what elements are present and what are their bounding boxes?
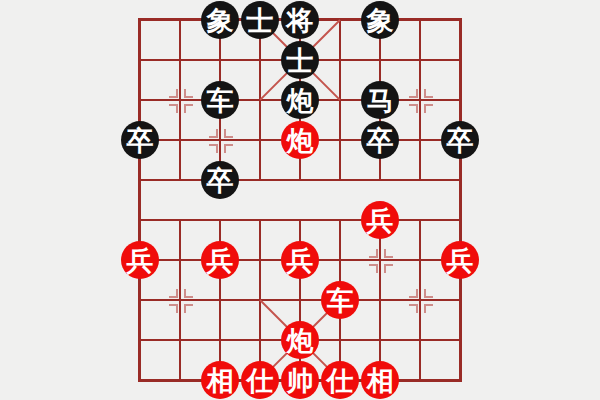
piece-red-elephant[interactable]: 相 (361, 361, 399, 399)
piece-red-cannon[interactable]: 炮 (281, 321, 319, 359)
piece-red-chariot[interactable]: 车 (321, 281, 359, 319)
point-marker (424, 104, 433, 113)
piece-black-pawn[interactable]: 卒 (441, 121, 479, 159)
xiangqi-app: 象士将象士车炮马卒炮卒卒卒兵兵兵兵兵车炮相仕帅仕相 (0, 0, 600, 400)
point-marker (184, 89, 193, 98)
piece-black-pawn[interactable]: 卒 (201, 161, 239, 199)
piece-red-pawn[interactable]: 兵 (441, 241, 479, 279)
point-marker (224, 144, 233, 153)
piece-red-advisor[interactable]: 仕 (321, 361, 359, 399)
piece-black-pawn[interactable]: 卒 (361, 121, 399, 159)
point-marker (424, 304, 433, 313)
piece-black-chariot[interactable]: 车 (201, 81, 239, 119)
piece-black-advisor[interactable]: 士 (241, 1, 279, 39)
point-marker (369, 264, 378, 273)
piece-black-elephant[interactable]: 象 (201, 1, 239, 39)
piece-black-advisor[interactable]: 士 (281, 41, 319, 79)
point-marker (209, 144, 218, 153)
point-marker (409, 104, 418, 113)
point-marker (369, 249, 378, 258)
piece-red-pawn[interactable]: 兵 (361, 201, 399, 239)
piece-red-pawn[interactable]: 兵 (281, 241, 319, 279)
point-marker (184, 104, 193, 113)
point-marker (169, 89, 178, 98)
piece-black-horse[interactable]: 马 (361, 81, 399, 119)
piece-black-cannon[interactable]: 炮 (281, 81, 319, 119)
point-marker (424, 289, 433, 298)
point-marker (384, 264, 393, 273)
piece-red-king[interactable]: 帅 (281, 361, 319, 399)
piece-red-pawn[interactable]: 兵 (121, 241, 159, 279)
point-marker (224, 129, 233, 138)
piece-black-elephant[interactable]: 象 (361, 1, 399, 39)
point-marker (409, 289, 418, 298)
point-marker (184, 304, 193, 313)
point-marker (184, 289, 193, 298)
point-marker (169, 289, 178, 298)
point-marker (169, 104, 178, 113)
piece-black-king[interactable]: 将 (281, 1, 319, 39)
piece-red-advisor[interactable]: 仕 (241, 361, 279, 399)
point-marker (384, 249, 393, 258)
point-marker (169, 304, 178, 313)
point-marker (409, 304, 418, 313)
piece-red-elephant[interactable]: 相 (201, 361, 239, 399)
point-marker (209, 129, 218, 138)
point-marker (409, 89, 418, 98)
point-marker (424, 89, 433, 98)
piece-red-cannon[interactable]: 炮 (281, 121, 319, 159)
piece-black-pawn[interactable]: 卒 (121, 121, 159, 159)
piece-red-pawn[interactable]: 兵 (201, 241, 239, 279)
